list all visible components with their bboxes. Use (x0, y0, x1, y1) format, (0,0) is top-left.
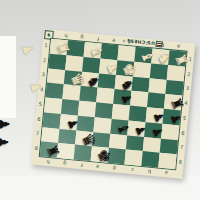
table-highlight-left (0, 36, 16, 118)
coord-label: b (147, 169, 151, 174)
chess-board[interactable]: ♞ US CHESS ® hgfedcba hgfedcba 12345678 … (31, 29, 195, 179)
coord-label: d (113, 165, 117, 170)
board-cell-h8[interactable]: ♜ (40, 141, 58, 157)
coord-label: 7 (180, 145, 184, 150)
board-cell-b3[interactable] (148, 78, 166, 94)
board-cell-e4[interactable] (96, 88, 114, 104)
captured-black-pawn[interactable]: ♟ (0, 136, 11, 149)
coord-label: c (144, 41, 147, 46)
coord-label: 5 (39, 102, 43, 107)
coord-label: a (164, 170, 168, 175)
board-cell-e2[interactable]: ♟ (99, 58, 117, 74)
board-cell-h6[interactable] (43, 112, 61, 128)
coord-label: g (63, 160, 67, 165)
board-cell-e8[interactable]: ♚ (91, 146, 109, 162)
board-cell-c8[interactable] (124, 150, 142, 166)
board-cell-f1[interactable]: ♝ (84, 42, 102, 58)
board-cell-h5[interactable] (44, 97, 62, 113)
coord-label: 6 (37, 116, 41, 121)
board-cell-a8[interactable] (158, 153, 176, 169)
coord-label: 8 (34, 146, 38, 151)
coord-label: g (80, 35, 84, 40)
board-cell-d6[interactable]: ♝ (110, 119, 128, 135)
coord-label: f (80, 162, 82, 167)
board-cell-a7[interactable] (160, 138, 178, 154)
coord-label: c (130, 167, 133, 172)
board-cell-g6[interactable]: ♟ (60, 114, 78, 130)
coord-label: 8 (178, 160, 182, 165)
coord-label: 3 (186, 86, 190, 91)
captured-white-pawn[interactable]: ♟ (19, 41, 37, 57)
board-cell-d4[interactable]: ♟ (113, 89, 131, 105)
coord-label: b (160, 42, 164, 47)
board-cell-h1[interactable]: ♜ (50, 39, 68, 55)
table-highlight-bottom (0, 176, 200, 200)
coord-label: 3 (41, 72, 45, 77)
board-cell-f5[interactable] (78, 101, 96, 117)
board-grid: ♜♝♝♞♜♟♚♛♞♞♟♜♟♟♟♝♟♟♛♜♚ (40, 39, 187, 169)
board-cell-e5[interactable] (95, 102, 113, 118)
board-cell-b8[interactable] (141, 151, 159, 167)
coord-label: 6 (181, 130, 185, 135)
board-cell-g3[interactable]: ♛ (64, 70, 82, 86)
captured-black-pawn[interactable]: ♟ (0, 117, 12, 130)
coord-label: 1 (44, 43, 48, 48)
board-cell-c1[interactable]: ♝ (134, 47, 152, 63)
coord-label: e (112, 38, 116, 43)
coord-label: 2 (187, 72, 191, 77)
coord-label: d (128, 39, 132, 44)
coord-label: a (177, 44, 181, 49)
board-cell-h4[interactable] (45, 83, 63, 99)
coord-label: 2 (43, 58, 47, 63)
coord-label: 7 (36, 131, 40, 136)
board-cell-e6[interactable] (93, 117, 111, 133)
board-cell-f7[interactable]: ♛ (75, 130, 93, 146)
board-cell-h3[interactable] (47, 68, 65, 84)
table-surface: ♞ US CHESS ® hgfedcba hgfedcba 12345678 … (0, 0, 200, 200)
